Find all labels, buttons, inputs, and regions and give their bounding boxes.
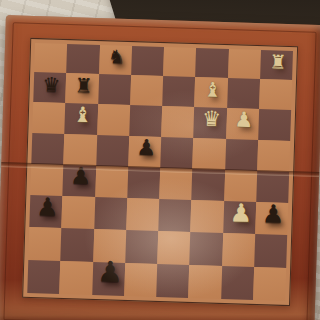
square-g4[interactable] xyxy=(224,170,257,202)
square-d6[interactable] xyxy=(129,105,162,136)
square-c7[interactable] xyxy=(98,74,131,105)
square-b1[interactable] xyxy=(59,260,92,294)
square-a1[interactable] xyxy=(27,259,60,293)
square-h6[interactable] xyxy=(258,109,291,140)
square-d4[interactable] xyxy=(127,166,160,198)
black-pawn[interactable]: ♟ xyxy=(136,137,156,160)
square-g2[interactable] xyxy=(222,233,255,266)
black-pawn[interactable]: ♟ xyxy=(262,201,285,227)
white-queen[interactable]: ♛ xyxy=(202,109,221,131)
chess-board-frame: ♞♜♛♜♝♝♛♟♟♟♟♟♟♟ xyxy=(0,15,320,320)
square-c5[interactable] xyxy=(96,134,129,166)
square-e8[interactable] xyxy=(163,47,196,77)
square-f2[interactable] xyxy=(189,232,222,265)
square-g8[interactable] xyxy=(228,49,261,79)
square-c3[interactable] xyxy=(94,197,127,230)
square-c6[interactable] xyxy=(97,104,130,135)
square-d8[interactable] xyxy=(131,46,164,76)
square-e6[interactable] xyxy=(161,106,194,137)
black-queen[interactable]: ♛ xyxy=(42,74,61,95)
square-b3[interactable] xyxy=(62,196,95,229)
black-pawn[interactable]: ♟ xyxy=(36,194,59,220)
square-h2[interactable] xyxy=(254,234,287,267)
square-e3[interactable] xyxy=(158,199,191,232)
black-pawn[interactable]: ♟ xyxy=(97,259,123,288)
square-c4[interactable] xyxy=(95,165,128,197)
square-h1[interactable] xyxy=(253,266,286,300)
chess-board-grid xyxy=(27,43,293,301)
white-pawn[interactable]: ♟ xyxy=(234,110,253,132)
photo-scene: ♞♜♛♜♝♝♛♟♟♟♟♟♟♟ xyxy=(0,0,320,320)
square-a2[interactable] xyxy=(28,227,61,260)
square-a8[interactable] xyxy=(34,43,67,73)
square-g7[interactable] xyxy=(227,78,260,109)
square-d3[interactable] xyxy=(126,198,159,231)
square-h5[interactable] xyxy=(257,140,290,172)
square-f3[interactable] xyxy=(191,200,224,233)
white-bishop[interactable]: ♝ xyxy=(73,105,92,127)
square-b5[interactable] xyxy=(64,133,97,165)
square-a5[interactable] xyxy=(31,132,64,164)
square-h4[interactable] xyxy=(256,171,289,203)
square-b8[interactable] xyxy=(66,44,99,74)
black-pawn[interactable]: ♟ xyxy=(70,165,92,189)
square-a4[interactable] xyxy=(30,163,63,195)
square-f5[interactable] xyxy=(193,138,226,170)
square-d1[interactable] xyxy=(124,262,157,296)
square-g5[interactable] xyxy=(225,139,258,171)
square-e1[interactable] xyxy=(156,263,189,297)
square-e2[interactable] xyxy=(157,231,190,264)
square-e5[interactable] xyxy=(160,137,193,169)
white-pawn[interactable]: ♟ xyxy=(229,200,252,226)
square-a6[interactable] xyxy=(32,102,65,133)
white-bishop[interactable]: ♝ xyxy=(203,79,222,100)
square-f8[interactable] xyxy=(195,48,228,78)
black-knight[interactable]: ♞ xyxy=(108,48,126,68)
chess-board: ♞♜♛♜♝♝♛♟♟♟♟♟♟♟ xyxy=(22,38,298,306)
square-e7[interactable] xyxy=(162,76,195,107)
square-f4[interactable] xyxy=(192,169,225,201)
white-rook[interactable]: ♜ xyxy=(269,53,287,73)
square-b2[interactable] xyxy=(61,228,94,261)
square-f1[interactable] xyxy=(188,264,221,298)
square-h7[interactable] xyxy=(259,79,292,110)
square-g1[interactable] xyxy=(221,265,254,299)
square-e4[interactable] xyxy=(159,168,192,200)
black-rook[interactable]: ♜ xyxy=(74,75,93,96)
square-d2[interactable] xyxy=(125,230,158,263)
square-d7[interactable] xyxy=(130,75,163,106)
